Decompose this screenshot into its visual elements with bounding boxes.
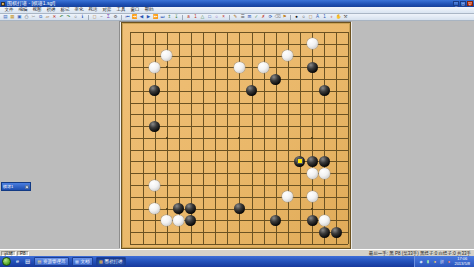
volume-icon[interactable]: ◆ [418, 259, 423, 264]
target-icon[interactable]: ⌖ [329, 14, 335, 20]
first-move-icon[interactable]: ⏮ [125, 14, 131, 20]
menu-bar: 文件编辑视图棋谱标记变化死活对弈工具窗口帮助 [0, 7, 474, 14]
taskbar: e▤▤资源管理器▦文档▩围棋打谱 ◆▮●拼●17:062013/5/8 [0, 256, 474, 267]
white-stone-R3 [319, 215, 330, 226]
menu-item-8[interactable]: 工具 [114, 7, 128, 13]
fast-back-icon[interactable]: ⏪ [132, 14, 138, 20]
status-bar: 就绪 P8 最后一手: 黑 P8 (第33手) 黑提子:0 白提子:0 共33手 [0, 249, 474, 256]
black-stone-R8 [319, 156, 330, 167]
hand-icon[interactable]: ✋ [336, 14, 342, 20]
black-stone-N15 [270, 74, 281, 85]
undo-icon[interactable]: ↶ [59, 14, 65, 20]
taskbar-button-icon: ▩ [99, 259, 104, 264]
white-stone-M16 [258, 62, 269, 73]
toolbar-separator [290, 15, 291, 20]
toolbar: ▤▦▣⎙✂⧉▱✕↶↷○ℹ◻−Σ⚙⏮⏪◀▶⏩⏭↥↧a1△□○×✎☰⊞✓✗⟳⌫⚑●○… [0, 14, 474, 21]
copy-icon[interactable]: ⧉ [38, 14, 44, 20]
grid-line-vertical [288, 32, 289, 244]
taskbar-button-2[interactable]: ▩围棋打谱 [96, 257, 126, 266]
black-stone-Q8 [307, 156, 318, 167]
minimize-button[interactable]: _ [453, 1, 459, 6]
fast-forward-icon[interactable]: ⏩ [153, 14, 159, 20]
black-stone-tool-icon[interactable]: ● [294, 14, 300, 20]
rotate-icon[interactable]: ⟳ [268, 14, 274, 20]
grid-line-horizontal [130, 185, 348, 186]
cut-icon[interactable]: ✂ [31, 14, 37, 20]
menu-item-1[interactable]: 编辑 [16, 7, 30, 13]
white-stone-Q7 [307, 168, 318, 179]
toolbar-separator [182, 15, 183, 20]
system-tray[interactable]: ◆▮●拼●17:062013/5/8 [414, 256, 474, 267]
square-mark-icon[interactable]: □ [207, 14, 213, 20]
taskbar-button-label: 围棋打谱 [105, 259, 123, 264]
taskbar-button-icon: ▦ [75, 259, 80, 264]
print-icon[interactable]: ⎙ [24, 14, 30, 20]
circle-mark-icon[interactable]: ○ [214, 14, 220, 20]
new-board-icon[interactable]: ◻ [92, 14, 98, 20]
next-move-icon[interactable]: ▶ [146, 14, 152, 20]
black-stone-K4 [234, 203, 245, 214]
menu-item-6[interactable]: 死活 [86, 7, 100, 13]
minimized-window-title: 棋谱1 [2, 184, 25, 189]
status-segment-coord: P8 [17, 251, 29, 256]
black-stone-Q16 [307, 62, 318, 73]
menu-item-7[interactable]: 对弈 [100, 7, 114, 13]
menu-item-5[interactable]: 变化 [72, 7, 86, 13]
var-up-icon[interactable]: ↥ [167, 14, 173, 20]
menu-item-3[interactable]: 棋谱 [44, 7, 58, 13]
white-stone-R7 [319, 168, 330, 179]
taskbar-button-1[interactable]: ▦文档 [72, 257, 93, 266]
restore-icon[interactable]: ❐ [25, 185, 29, 189]
black-stone-S2 [331, 227, 342, 238]
go-board[interactable] [121, 22, 351, 249]
star-point [311, 137, 313, 139]
status-move-info: 最后一手: 黑 P8 (第33手) 黑提子:0 白提子:0 共33手 [369, 251, 471, 256]
label-a-icon[interactable]: A [315, 14, 321, 20]
letter-mark-icon[interactable]: a [186, 14, 192, 20]
start-button[interactable] [2, 257, 11, 266]
grid-line-horizontal [130, 232, 348, 233]
number-mark-icon[interactable]: 1 [193, 14, 199, 20]
menu-item-4[interactable]: 标记 [58, 7, 72, 13]
redo-icon[interactable]: ↷ [66, 14, 72, 20]
white-stone-K16 [234, 62, 245, 73]
white-stone-Q18 [307, 38, 318, 49]
grid-line-horizontal [130, 244, 348, 245]
white-stone-Q5 [307, 191, 318, 202]
star-point [311, 208, 313, 210]
open-icon[interactable]: ▦ [10, 14, 16, 20]
black-stone-E4 [173, 203, 184, 214]
tray-clock: 17:062013/5/8 [454, 257, 470, 266]
var-down-icon[interactable]: ↧ [174, 14, 180, 20]
black-stone-R2 [319, 227, 330, 238]
paste-icon[interactable]: ▱ [45, 14, 51, 20]
white-stone-O17 [282, 50, 293, 61]
app-icon [1, 2, 5, 6]
check-icon[interactable]: ✓ [254, 14, 260, 20]
toolbar-separator [88, 15, 89, 20]
taskbar-button-label: 文档 [81, 259, 90, 264]
status-segment-ready: 就绪 [1, 251, 16, 256]
save-icon[interactable]: ▣ [17, 14, 23, 20]
input-method-icon[interactable]: 拼 [439, 259, 444, 264]
maximize-button[interactable]: □ [460, 1, 466, 6]
reject-icon[interactable]: ✗ [261, 14, 267, 20]
setup-icon[interactable]: ⚙ [113, 14, 119, 20]
menu-item-0[interactable]: 文件 [2, 7, 16, 13]
mdi-workspace: 棋谱1 ❐ [0, 21, 474, 249]
grid-line-vertical [324, 32, 325, 244]
menu-item-9[interactable]: 窗口 [128, 7, 142, 13]
black-stone-C11 [149, 121, 160, 132]
update-icon[interactable]: ● [446, 259, 451, 264]
white-stone-C6 [149, 180, 160, 191]
grid-line-vertical [348, 32, 349, 244]
star-point [166, 137, 168, 139]
white-stone-C16 [149, 62, 160, 73]
delete-icon[interactable]: ✕ [52, 14, 58, 20]
territory-icon[interactable]: ◻ [308, 14, 314, 20]
black-stone-Q3 [307, 215, 318, 226]
minimized-window[interactable]: 棋谱1 ❐ [1, 182, 31, 191]
flag-icon[interactable]: ⚑ [282, 14, 288, 20]
grid-line-vertical [252, 32, 253, 244]
white-stone-E3 [173, 215, 184, 226]
star-point [166, 208, 168, 210]
screen: { "game": "go", "board_size": 19, "posit… [0, 0, 474, 267]
white-stone-D3 [161, 215, 172, 226]
title-bar[interactable]: 围棋打谱 - [棋谱1.sgf] _ □ × [0, 0, 474, 7]
count-icon[interactable]: Σ [106, 14, 112, 20]
erase-icon[interactable]: ⌫ [275, 14, 281, 20]
folder-icon[interactable]: ▤ [24, 258, 31, 265]
comment-icon[interactable]: ☰ [240, 14, 246, 20]
black-stone-N3 [270, 215, 281, 226]
find-icon[interactable]: ○ [73, 14, 79, 20]
grid-line-vertical [276, 32, 277, 244]
grid-line-horizontal [130, 150, 348, 151]
new-icon[interactable]: ▤ [3, 14, 9, 20]
white-stone-O5 [282, 191, 293, 202]
grid-line-vertical [300, 32, 301, 244]
black-stone-L14 [246, 85, 257, 96]
menu-item-10[interactable]: 帮助 [142, 7, 156, 13]
window-title: 围棋打谱 - [棋谱1.sgf] [7, 0, 55, 7]
last-move-icon[interactable]: ⏭ [160, 14, 166, 20]
toolbar-separator [121, 15, 122, 20]
white-stone-D17 [161, 50, 172, 61]
tree-icon[interactable]: ⊞ [247, 14, 253, 20]
prev-move-icon[interactable]: ◀ [139, 14, 145, 20]
pass-icon[interactable]: − [99, 14, 105, 20]
taskbar-button-icon: ▤ [37, 259, 42, 264]
antivirus-icon[interactable]: ● [432, 259, 437, 264]
black-stone-C14 [149, 85, 160, 96]
grid-line-vertical [336, 32, 337, 244]
white-stone-tool-icon[interactable]: ○ [301, 14, 307, 20]
ie-icon[interactable]: e [14, 258, 21, 265]
info-icon[interactable]: ℹ [80, 14, 86, 20]
black-stone-F4 [185, 203, 196, 214]
black-stone-R14 [319, 85, 330, 96]
pencil-icon[interactable]: ✎ [233, 14, 239, 20]
network-icon[interactable]: ▮ [425, 259, 430, 264]
triangle-mark-icon[interactable]: △ [200, 14, 206, 20]
cross-mark-icon[interactable]: × [221, 14, 227, 20]
menu-item-2[interactable]: 视图 [30, 7, 44, 13]
last-move-marker [298, 159, 302, 163]
tools-icon[interactable]: ⚒ [343, 14, 349, 20]
close-button[interactable]: × [467, 1, 473, 6]
taskbar-button-0[interactable]: ▤资源管理器 [34, 257, 69, 266]
toolbar-separator [229, 15, 230, 20]
board-window [119, 21, 352, 249]
white-stone-C4 [149, 203, 160, 214]
black-stone-F3 [185, 215, 196, 226]
label-1-icon[interactable]: 1 [322, 14, 328, 20]
taskbar-button-label: 资源管理器 [43, 259, 66, 264]
